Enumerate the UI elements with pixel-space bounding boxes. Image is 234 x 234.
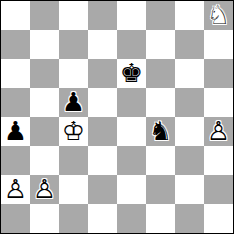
- square-d3[interactable]: [88, 146, 117, 175]
- black-pawn-piece: ♟: [1, 117, 30, 146]
- square-e7[interactable]: [117, 30, 146, 59]
- square-g2[interactable]: [175, 175, 204, 204]
- square-d2[interactable]: [88, 175, 117, 204]
- square-e6[interactable]: ♚: [117, 59, 146, 88]
- square-a4[interactable]: ♟: [1, 117, 30, 146]
- white-king-fill: ♚: [59, 117, 88, 146]
- square-a8[interactable]: [1, 1, 30, 30]
- square-c5[interactable]: ♟: [59, 88, 88, 117]
- square-f4[interactable]: ♞: [146, 117, 175, 146]
- square-f8[interactable]: [146, 1, 175, 30]
- square-b1[interactable]: [30, 204, 59, 233]
- white-knight-fill: ♞: [204, 1, 233, 30]
- white-pawn-piece: ♙: [1, 175, 30, 204]
- square-g4[interactable]: [175, 117, 204, 146]
- square-d6[interactable]: [88, 59, 117, 88]
- chess-diagram: ♞♘♚♟♟♚♔♞♟♙♟♙♟♙: [0, 0, 234, 234]
- square-d8[interactable]: [88, 1, 117, 30]
- square-c8[interactable]: [59, 1, 88, 30]
- black-pawn-piece: ♟: [59, 88, 88, 117]
- square-d7[interactable]: [88, 30, 117, 59]
- square-f1[interactable]: [146, 204, 175, 233]
- square-g8[interactable]: [175, 1, 204, 30]
- square-h3[interactable]: [204, 146, 233, 175]
- square-g3[interactable]: [175, 146, 204, 175]
- square-b8[interactable]: [30, 1, 59, 30]
- square-f2[interactable]: [146, 175, 175, 204]
- white-pawn-piece: ♙: [30, 175, 59, 204]
- square-g7[interactable]: [175, 30, 204, 59]
- square-h1[interactable]: [204, 204, 233, 233]
- square-f6[interactable]: [146, 59, 175, 88]
- square-e3[interactable]: [117, 146, 146, 175]
- square-e5[interactable]: [117, 88, 146, 117]
- square-e1[interactable]: [117, 204, 146, 233]
- square-d5[interactable]: [88, 88, 117, 117]
- white-pawn-fill: ♟: [204, 117, 233, 146]
- square-b3[interactable]: [30, 146, 59, 175]
- white-king-piece: ♔: [59, 117, 88, 146]
- white-pawn-fill: ♟: [1, 175, 30, 204]
- square-a6[interactable]: [1, 59, 30, 88]
- black-knight-piece: ♞: [146, 117, 175, 146]
- square-c1[interactable]: [59, 204, 88, 233]
- square-g1[interactable]: [175, 204, 204, 233]
- square-b2[interactable]: ♟♙: [30, 175, 59, 204]
- square-h8[interactable]: ♞♘: [204, 1, 233, 30]
- white-pawn-piece: ♙: [204, 117, 233, 146]
- square-e4[interactable]: [117, 117, 146, 146]
- square-d4[interactable]: [88, 117, 117, 146]
- square-c7[interactable]: [59, 30, 88, 59]
- square-d1[interactable]: [88, 204, 117, 233]
- square-h7[interactable]: [204, 30, 233, 59]
- square-h4[interactable]: ♟♙: [204, 117, 233, 146]
- square-h5[interactable]: [204, 88, 233, 117]
- square-a7[interactable]: [1, 30, 30, 59]
- square-a5[interactable]: [1, 88, 30, 117]
- square-f7[interactable]: [146, 30, 175, 59]
- square-c2[interactable]: [59, 175, 88, 204]
- square-b4[interactable]: [30, 117, 59, 146]
- square-b6[interactable]: [30, 59, 59, 88]
- white-pawn-fill: ♟: [30, 175, 59, 204]
- square-f5[interactable]: [146, 88, 175, 117]
- square-a1[interactable]: [1, 204, 30, 233]
- square-c6[interactable]: [59, 59, 88, 88]
- black-king-piece: ♚: [117, 59, 146, 88]
- square-c3[interactable]: [59, 146, 88, 175]
- square-g6[interactable]: [175, 59, 204, 88]
- square-c4[interactable]: ♚♔: [59, 117, 88, 146]
- square-f3[interactable]: [146, 146, 175, 175]
- square-a3[interactable]: [1, 146, 30, 175]
- chess-board: ♞♘♚♟♟♚♔♞♟♙♟♙♟♙: [0, 0, 234, 234]
- square-e8[interactable]: [117, 1, 146, 30]
- white-knight-piece: ♘: [204, 1, 233, 30]
- square-a2[interactable]: ♟♙: [1, 175, 30, 204]
- square-e2[interactable]: [117, 175, 146, 204]
- square-h2[interactable]: [204, 175, 233, 204]
- square-h6[interactable]: [204, 59, 233, 88]
- square-g5[interactable]: [175, 88, 204, 117]
- square-b5[interactable]: [30, 88, 59, 117]
- square-b7[interactable]: [30, 30, 59, 59]
